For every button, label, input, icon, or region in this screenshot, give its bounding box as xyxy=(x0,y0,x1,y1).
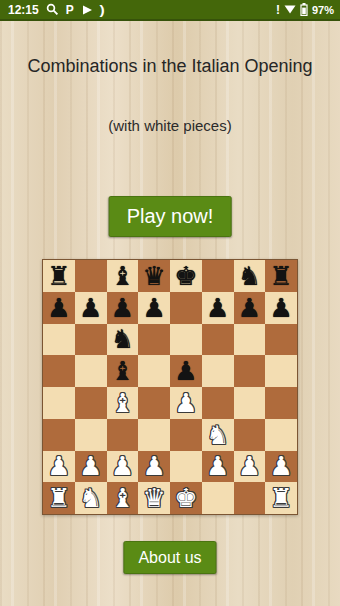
white-knight: ♞ xyxy=(79,485,102,511)
white-pawn: ♟ xyxy=(269,453,292,479)
square-d2: ♟ xyxy=(138,451,170,483)
p-notification-icon: P xyxy=(66,4,74,16)
square-f3: ♞ xyxy=(202,419,234,451)
square-b3 xyxy=(75,419,107,451)
square-b8 xyxy=(75,260,107,292)
square-h7: ♟ xyxy=(265,292,297,324)
square-b5 xyxy=(75,355,107,387)
black-rook: ♜ xyxy=(47,263,70,289)
square-a2: ♟ xyxy=(43,451,75,483)
square-h6 xyxy=(265,324,297,356)
square-e3 xyxy=(170,419,202,451)
square-c1: ♝ xyxy=(107,482,139,514)
square-f6 xyxy=(202,324,234,356)
white-queen: ♛ xyxy=(142,485,165,511)
square-h1: ♜ xyxy=(265,482,297,514)
white-pawn: ♟ xyxy=(111,453,134,479)
square-d6 xyxy=(138,324,170,356)
square-h3 xyxy=(265,419,297,451)
black-bishop: ♝ xyxy=(111,263,134,289)
play-now-button[interactable]: Play now! xyxy=(109,196,232,237)
square-g3 xyxy=(234,419,266,451)
square-c3 xyxy=(107,419,139,451)
square-f1 xyxy=(202,482,234,514)
square-b1: ♞ xyxy=(75,482,107,514)
square-f2: ♟ xyxy=(202,451,234,483)
black-rook: ♜ xyxy=(269,263,292,289)
black-pawn: ♟ xyxy=(142,295,165,321)
black-pawn: ♟ xyxy=(269,295,292,321)
square-d3 xyxy=(138,419,170,451)
square-c2: ♟ xyxy=(107,451,139,483)
square-a3 xyxy=(43,419,75,451)
square-c5: ♝ xyxy=(107,355,139,387)
square-d5 xyxy=(138,355,170,387)
square-e7 xyxy=(170,292,202,324)
white-rook: ♜ xyxy=(269,485,292,511)
clock-text: 12:15 xyxy=(8,3,39,17)
app-screen: 12:15 P ) ! 97% Combinations in xyxy=(0,0,340,606)
about-us-button[interactable]: About us xyxy=(123,541,216,574)
status-bar-right: ! 97% xyxy=(276,3,334,16)
black-pawn: ♟ xyxy=(79,295,102,321)
square-d7: ♟ xyxy=(138,292,170,324)
square-f8 xyxy=(202,260,234,292)
square-b2: ♟ xyxy=(75,451,107,483)
square-a6 xyxy=(43,324,75,356)
square-e8: ♚ xyxy=(170,260,202,292)
square-g1 xyxy=(234,482,266,514)
square-h4 xyxy=(265,387,297,419)
square-e2 xyxy=(170,451,202,483)
square-b6 xyxy=(75,324,107,356)
square-h8: ♜ xyxy=(265,260,297,292)
crescent-moon-icon: ) xyxy=(99,3,104,16)
status-bar-left: 12:15 P ) xyxy=(8,3,104,17)
square-f4 xyxy=(202,387,234,419)
square-f5 xyxy=(202,355,234,387)
square-g2: ♟ xyxy=(234,451,266,483)
square-h5 xyxy=(265,355,297,387)
square-a1: ♜ xyxy=(43,482,75,514)
square-a4 xyxy=(43,387,75,419)
square-e6 xyxy=(170,324,202,356)
square-b4 xyxy=(75,387,107,419)
white-pawn: ♟ xyxy=(174,390,197,416)
white-pawn: ♟ xyxy=(79,453,102,479)
white-bishop: ♝ xyxy=(111,390,134,416)
battery-percent-text: 97% xyxy=(312,4,334,16)
white-knight: ♞ xyxy=(206,422,229,448)
black-pawn: ♟ xyxy=(206,295,229,321)
page-subtitle: (with white pieces) xyxy=(0,117,340,134)
black-bishop: ♝ xyxy=(111,358,134,384)
square-b7: ♟ xyxy=(75,292,107,324)
black-pawn: ♟ xyxy=(47,295,70,321)
white-pawn: ♟ xyxy=(142,453,165,479)
white-bishop: ♝ xyxy=(111,485,134,511)
search-icon xyxy=(46,3,59,16)
white-pawn: ♟ xyxy=(238,453,261,479)
black-queen: ♛ xyxy=(142,263,165,289)
black-pawn: ♟ xyxy=(111,295,134,321)
square-a7: ♟ xyxy=(43,292,75,324)
square-c6: ♞ xyxy=(107,324,139,356)
square-e4: ♟ xyxy=(170,387,202,419)
chess-board: ♜♝♛♚♞♜♟♟♟♟♟♟♟♞♝♟♝♟♞♟♟♟♟♟♟♟♜♞♝♛♚♜ xyxy=(42,259,298,515)
square-e5: ♟ xyxy=(170,355,202,387)
wifi-icon xyxy=(284,5,296,14)
square-g7: ♟ xyxy=(234,292,266,324)
square-e1: ♚ xyxy=(170,482,202,514)
square-d4 xyxy=(138,387,170,419)
square-c8: ♝ xyxy=(107,260,139,292)
white-king: ♚ xyxy=(174,485,197,511)
square-c4: ♝ xyxy=(107,387,139,419)
battery-icon xyxy=(300,3,308,16)
square-g8: ♞ xyxy=(234,260,266,292)
square-d1: ♛ xyxy=(138,482,170,514)
white-rook: ♜ xyxy=(47,485,70,511)
square-g5 xyxy=(234,355,266,387)
black-pawn: ♟ xyxy=(174,358,197,384)
black-king: ♚ xyxy=(174,263,197,289)
page-title: Combinations in the Italian Opening xyxy=(0,54,340,79)
white-pawn: ♟ xyxy=(206,453,229,479)
black-pawn: ♟ xyxy=(238,295,261,321)
square-g4 xyxy=(234,387,266,419)
play-icon xyxy=(81,4,93,16)
square-c7: ♟ xyxy=(107,292,139,324)
square-g6 xyxy=(234,324,266,356)
white-pawn: ♟ xyxy=(47,453,70,479)
square-d8: ♛ xyxy=(138,260,170,292)
square-f7: ♟ xyxy=(202,292,234,324)
status-bar: 12:15 P ) ! 97% xyxy=(0,0,340,21)
square-a5 xyxy=(43,355,75,387)
black-knight: ♞ xyxy=(238,263,261,289)
alert-icon: ! xyxy=(276,4,280,16)
square-h2: ♟ xyxy=(265,451,297,483)
square-a8: ♜ xyxy=(43,260,75,292)
black-knight: ♞ xyxy=(111,326,134,352)
